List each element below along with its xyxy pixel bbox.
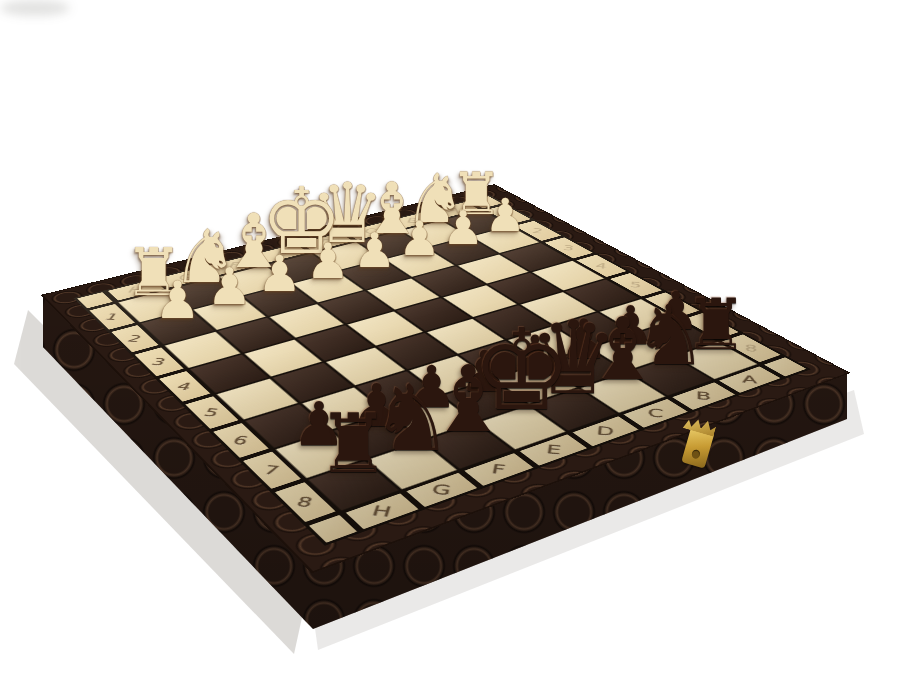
piece-white-pawn-f2[interactable]: ♟ <box>257 250 302 300</box>
piece-black-rook-h8[interactable]: ♜ <box>317 403 390 485</box>
chess-set-scene: HGFEDCBA1122334455667788HGFEDCBA ♜♞♝♛♚♝♞… <box>0 0 900 675</box>
piece-white-pawn-g2[interactable]: ♟ <box>207 262 252 313</box>
piece-white-pawn-h2[interactable]: ♟ <box>154 275 200 327</box>
piece-white-pawn-d2[interactable]: ♟ <box>353 226 396 274</box>
cast-shadow-spot <box>0 0 70 16</box>
piece-white-pawn-c2[interactable]: ♟ <box>398 215 440 262</box>
piece-white-pawn-e2[interactable]: ♟ <box>306 238 350 287</box>
piece-white-pawn-b2[interactable]: ♟ <box>442 204 484 251</box>
piece-white-pawn-a2[interactable]: ♟ <box>485 194 526 240</box>
